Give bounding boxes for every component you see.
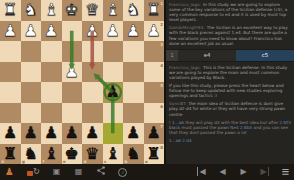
square-a2[interactable]: ♟2 (144, 21, 165, 42)
square-c3[interactable] (103, 41, 124, 62)
square-c8[interactable]: ♝c (103, 144, 124, 165)
square-e1[interactable]: ♚ (62, 0, 83, 21)
square-f1[interactable]: ♝ (41, 0, 62, 21)
white-knight-piece[interactable]: ♞ (123, 0, 144, 21)
square-f6[interactable] (41, 103, 62, 124)
study-comment: SonicBT:the main idea of Sicilian defenc… (169, 101, 291, 116)
pointer-tool-icon[interactable]: ♟ (5, 167, 14, 177)
first-move-icon[interactable]: ◀ (197, 167, 206, 177)
black-pawn-piece[interactable]: ♟ (0, 123, 21, 144)
study-comment: If you like this study, please press the… (169, 83, 291, 98)
square-a6[interactable]: 6 (144, 103, 165, 124)
rank-label: 1 (160, 1, 163, 6)
square-f5[interactable] (41, 82, 62, 103)
rank-label: 6 (160, 104, 163, 109)
variation-line[interactable]: ( 1...a6 they will play d4 with the best… (169, 120, 291, 135)
study-panel: Francisco_lago:In this study we are goin… (164, 0, 294, 164)
square-e4[interactable]: ♟ (62, 62, 83, 83)
menu-icon[interactable]: ≡ (281, 167, 290, 177)
sync-arrow-icon: ↻ (33, 166, 40, 176)
square-d4[interactable] (82, 62, 103, 83)
square-h5[interactable] (0, 82, 21, 103)
share-nodes-glyph (97, 166, 105, 175)
black-pawn-piece[interactable]: ♟ (21, 123, 42, 144)
square-g7[interactable]: ♟ (21, 123, 42, 144)
square-f8[interactable]: ♝f (41, 144, 62, 165)
white-pawn-piece[interactable]: ♟ (82, 21, 103, 42)
variation-line[interactable]: 1...a6 2.d4 (169, 138, 291, 143)
white-bishop-piece[interactable]: ♝ (103, 0, 124, 21)
square-e7[interactable]: ♟ (62, 123, 83, 144)
chapters-grid-icon[interactable]: ▦ (74, 167, 83, 177)
file-label: d (84, 159, 87, 164)
square-h1[interactable]: ♜ (0, 0, 21, 21)
black-pawn-piece[interactable]: ♟ (103, 82, 124, 103)
square-c2[interactable]: ♟ (103, 21, 124, 42)
black-pawn-piece[interactable]: ♟ (82, 123, 103, 144)
file-label: f (43, 159, 45, 164)
board-thumbnail-icon[interactable]: ▣ (52, 167, 61, 177)
square-h6[interactable] (0, 103, 21, 124)
black-pawn-piece[interactable]: ♟ (62, 123, 83, 144)
square-h3[interactable] (0, 41, 21, 62)
square-d7[interactable]: ♟ (82, 123, 103, 144)
square-b6[interactable] (123, 103, 144, 124)
previous-move-icon[interactable]: ◀ (218, 167, 227, 177)
white-pawn-piece[interactable]: ♟ (21, 21, 42, 42)
study-comment: Francisco_lago:This is the Sicilian defe… (169, 65, 291, 80)
square-g5[interactable] (21, 82, 42, 103)
white-pawn-piece[interactable]: ♟ (103, 21, 124, 42)
rank-label: 4 (160, 63, 163, 68)
square-b5[interactable] (123, 82, 144, 103)
white-pawn-piece[interactable]: ♟ (123, 21, 144, 42)
square-h7[interactable]: ♟ (0, 123, 21, 144)
black-pawn-piece[interactable]: ♟ (41, 123, 62, 144)
white-knight-piece[interactable]: ♞ (21, 0, 42, 21)
study-comment: GambitKnight94:The Sicilian is an excell… (169, 25, 291, 45)
square-b2[interactable]: ♟ (123, 21, 144, 42)
square-c6[interactable] (103, 103, 124, 124)
white-pawn-piece[interactable]: ♟ (41, 21, 62, 42)
square-h4[interactable] (0, 62, 21, 83)
file-label: h (2, 159, 5, 164)
square-a7[interactable]: ♟7 (144, 123, 165, 144)
square-d1[interactable]: ♛ (82, 0, 103, 21)
square-d2[interactable]: ♟ (82, 21, 103, 42)
white-bishop-piece[interactable]: ♝ (41, 0, 62, 21)
move-link[interactable]: 2.d4 (182, 138, 191, 143)
comment-text: If you like this study, please press the… (169, 83, 284, 98)
file-label: a (145, 159, 148, 164)
square-e2[interactable] (62, 21, 83, 42)
rank-label: 3 (160, 42, 163, 47)
white-pawn-piece[interactable]: ♟ (62, 62, 83, 83)
move-link[interactable]: 1...a6 (169, 138, 181, 143)
square-f4[interactable] (41, 62, 62, 83)
square-f7[interactable]: ♟ (41, 123, 62, 144)
rank-label: 7 (160, 124, 163, 129)
info-icon[interactable]: i (118, 168, 127, 177)
square-c5[interactable]: ♟ (103, 82, 124, 103)
square-a1[interactable]: ♜1 (144, 0, 165, 21)
square-g3[interactable] (21, 41, 42, 62)
next-move-icon[interactable]: ▶ (239, 167, 248, 177)
file-label: b (125, 159, 128, 164)
square-c1[interactable]: ♝ (103, 0, 124, 21)
lastmove-highlight (103, 123, 124, 144)
white-pawn-piece[interactable]: ♟ (0, 21, 21, 42)
square-a5[interactable]: 5 (144, 82, 165, 103)
black-pawn-piece[interactable]: ♟ (123, 123, 144, 144)
square-g2[interactable]: ♟ (21, 21, 42, 42)
square-g4[interactable] (21, 62, 42, 83)
square-e6[interactable] (62, 103, 83, 124)
square-e3[interactable] (62, 41, 83, 62)
square-a8[interactable]: ♜8a (144, 144, 165, 165)
white-queen-piece[interactable]: ♛ (82, 0, 103, 21)
last-move-icon[interactable]: ▶ (260, 167, 269, 177)
square-d3[interactable] (82, 41, 103, 62)
rank-label: 5 (160, 83, 163, 88)
square-d8[interactable]: ♛d (82, 144, 103, 165)
square-h8[interactable]: ♜h (0, 144, 21, 165)
square-f3[interactable] (41, 41, 62, 62)
square-c4[interactable] (103, 62, 124, 83)
file-label: g (22, 159, 25, 164)
square-e8[interactable]: ♚e (62, 144, 83, 165)
square-b8[interactable]: ♞b (123, 144, 144, 165)
square-h2[interactable]: ♟ (0, 21, 21, 42)
square-f2[interactable]: ♟ (41, 21, 62, 42)
chess-board[interactable]: ♜♞♝♚♛♝♞♜1♟♟♟♟♟♟♟23♟4♟56♟♟♟♟♟♟♟7♜h♞g♝f♚e♛… (0, 0, 164, 164)
square-g6[interactable] (21, 103, 42, 124)
white-king-piece[interactable]: ♚ (62, 0, 83, 21)
square-a4[interactable]: 4 (144, 62, 165, 83)
square-d6[interactable] (82, 103, 103, 124)
move-number: 1 (166, 50, 178, 61)
rank-label: 2 (160, 22, 163, 27)
move-list-row: 1 e4 c5 (166, 49, 294, 62)
rank-label: 8 (160, 145, 163, 150)
bottom-toolbar: ♟ ↻ ▣ ▦ i ◀ ◀ ▶ ▶ ≡ (0, 164, 294, 180)
square-b7[interactable]: ♟ (123, 123, 144, 144)
square-b3[interactable] (123, 41, 144, 62)
square-c7[interactable] (103, 123, 124, 144)
move-white-e4[interactable]: e4 (178, 50, 236, 61)
square-d5[interactable] (82, 82, 103, 103)
square-b1[interactable]: ♞ (123, 0, 144, 21)
study-comment: Francisco_lago:In this study we are goin… (169, 2, 291, 22)
square-g8[interactable]: ♞g (21, 144, 42, 165)
white-rook-piece[interactable]: ♜ (0, 0, 21, 21)
file-label: e (63, 159, 66, 164)
sync-square (27, 171, 33, 177)
sync-icon[interactable]: ↻ (27, 167, 39, 177)
share-icon[interactable] (96, 166, 105, 178)
square-b4[interactable] (123, 62, 144, 83)
square-e5[interactable] (62, 82, 83, 103)
square-a3[interactable]: 3 (144, 41, 165, 62)
file-label: c (104, 159, 106, 164)
move-black-c5-current[interactable]: c5 (236, 50, 294, 61)
square-g1[interactable]: ♞ (21, 0, 42, 21)
